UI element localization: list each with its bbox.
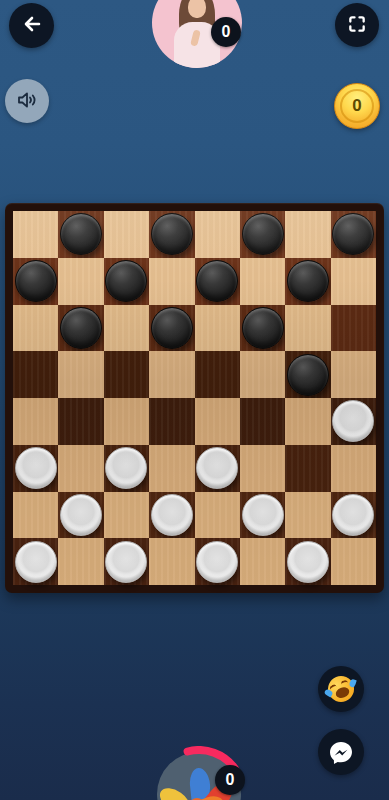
white-piece[interactable] [60,494,102,536]
board-cell [240,538,285,585]
board-cell [13,398,58,445]
board-cell[interactable] [331,305,376,352]
board-cell[interactable] [58,398,103,445]
white-piece[interactable] [15,541,57,583]
board-cell[interactable] [104,258,149,305]
chat-button[interactable] [318,729,364,775]
black-piece[interactable] [242,213,284,255]
rofl-laughing-emoji-icon [324,672,358,706]
board-cell[interactable] [13,445,58,492]
white-piece[interactable] [15,447,57,489]
black-piece[interactable] [332,213,374,255]
white-piece[interactable] [196,447,238,489]
board-cell [195,492,240,539]
board-cell[interactable] [240,211,285,258]
board-cell[interactable] [285,258,330,305]
board-cell [13,305,58,352]
board-cell [285,398,330,445]
checkers-board [5,203,384,593]
black-piece[interactable] [105,260,147,302]
board-cell [149,258,194,305]
board-cell[interactable] [58,211,103,258]
board-cell [285,492,330,539]
board-cell[interactable] [13,538,58,585]
board-cell [331,538,376,585]
board-cell [240,351,285,398]
board-cell[interactable] [195,351,240,398]
board-cell [149,351,194,398]
board-cell [240,258,285,305]
board-cell[interactable] [149,398,194,445]
board-cell[interactable] [331,492,376,539]
coin-button[interactable]: 0 [334,83,380,129]
black-piece[interactable] [151,307,193,349]
fullscreen-button[interactable] [335,3,379,47]
board-cell[interactable] [13,351,58,398]
board-cell [58,258,103,305]
back-button[interactable] [9,3,54,48]
opponent-score-badge: 0 [211,17,241,47]
board-cell[interactable] [331,211,376,258]
board-cell [240,445,285,492]
black-piece[interactable] [287,260,329,302]
board-cell[interactable] [240,492,285,539]
board-cell[interactable] [58,305,103,352]
coin-balance: 0 [352,96,361,116]
board-cell[interactable] [331,398,376,445]
board-cell [195,398,240,445]
white-piece[interactable] [332,494,374,536]
black-piece[interactable] [151,213,193,255]
black-piece[interactable] [60,213,102,255]
board-cell[interactable] [58,492,103,539]
white-piece[interactable] [151,494,193,536]
board-cell [195,305,240,352]
board-cell[interactable] [149,492,194,539]
board-cell [331,445,376,492]
board-cell[interactable] [285,351,330,398]
board-cell [58,351,103,398]
white-piece[interactable] [332,400,374,442]
board-cell[interactable] [13,258,58,305]
white-piece[interactable] [105,447,147,489]
jester-hat-yellow [157,783,195,800]
board-cell[interactable] [285,538,330,585]
board-cell [13,492,58,539]
board-cell[interactable] [149,305,194,352]
sound-button[interactable] [5,79,49,123]
board-cell [13,211,58,258]
speaker-volume-icon [15,88,39,115]
board-cell [149,538,194,585]
board-cell [195,211,240,258]
white-piece[interactable] [287,541,329,583]
board-cell[interactable] [195,538,240,585]
game-screen: 0 0 [0,0,389,800]
board-cell[interactable] [104,445,149,492]
board-cell [104,211,149,258]
emoji-button[interactable] [318,666,364,712]
arrow-left-icon [20,12,44,39]
board-cell [331,258,376,305]
messenger-icon [328,740,354,764]
board-cell[interactable] [104,538,149,585]
board-cell [58,538,103,585]
board-cell [149,445,194,492]
black-piece[interactable] [242,307,284,349]
board-cell[interactable] [195,445,240,492]
board-cell[interactable] [149,211,194,258]
black-piece[interactable] [196,260,238,302]
board-grid [13,211,376,585]
black-piece[interactable] [15,260,57,302]
board-cell [104,305,149,352]
board-cell [331,351,376,398]
board-cell [58,445,103,492]
black-piece[interactable] [60,307,102,349]
board-cell[interactable] [195,258,240,305]
board-cell[interactable] [240,398,285,445]
board-cell [285,211,330,258]
white-piece[interactable] [105,541,147,583]
board-cell [104,398,149,445]
expand-corners-icon [347,14,367,37]
player-score-badge: 0 [215,765,245,795]
board-cell[interactable] [240,305,285,352]
board-cell[interactable] [285,445,330,492]
board-cell [285,305,330,352]
gold-coin-icon: 0 [340,89,374,123]
board-cell[interactable] [104,351,149,398]
black-piece[interactable] [287,354,329,396]
white-piece[interactable] [242,494,284,536]
board-cell [104,492,149,539]
opponent-avatar-face [188,0,206,18]
white-piece[interactable] [196,541,238,583]
